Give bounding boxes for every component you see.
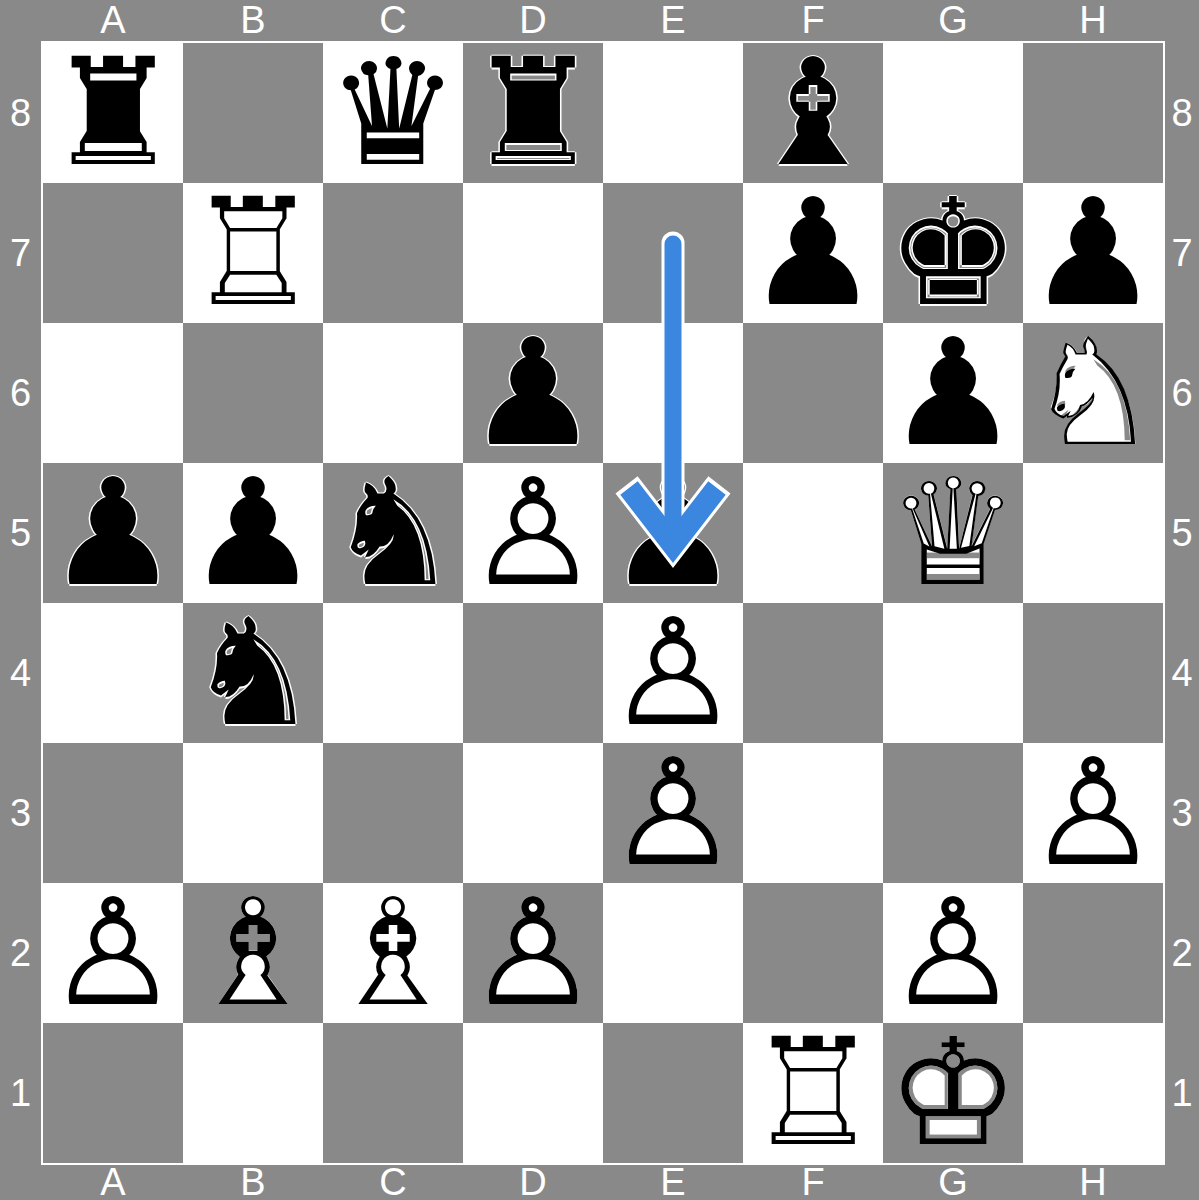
- piece-bP-b5[interactable]: ♟: [183, 463, 323, 603]
- piece-bP-f7[interactable]: ♟: [743, 183, 883, 323]
- square-d5[interactable]: ♟♙: [463, 463, 603, 603]
- rank-label-6: 6: [1165, 323, 1199, 463]
- rank-label-5: 5: [1165, 463, 1199, 603]
- square-b4[interactable]: ♞: [183, 603, 323, 743]
- piece-wP-g2[interactable]: ♙: [883, 883, 1023, 1023]
- rank-label-1: 1: [1165, 1023, 1199, 1163]
- rank-label-5: 5: [0, 463, 41, 603]
- square-f8[interactable]: ♝: [743, 43, 883, 183]
- piece-wQ-g5[interactable]: ♕: [883, 463, 1023, 603]
- square-e7[interactable]: [603, 183, 743, 323]
- piece-fill: ♞: [1023, 323, 1163, 463]
- file-label-G: G: [883, 0, 1023, 41]
- piece-fill: ♛: [883, 463, 1023, 603]
- square-h4[interactable]: [1023, 603, 1163, 743]
- square-d1[interactable]: [463, 1023, 603, 1163]
- square-b6[interactable]: [183, 323, 323, 463]
- rank-label-3: 3: [1165, 743, 1199, 883]
- square-d8[interactable]: ♜: [463, 43, 603, 183]
- piece-fill: ♟: [463, 463, 603, 603]
- piece-fill: ♜: [743, 1023, 883, 1163]
- square-b1[interactable]: [183, 1023, 323, 1163]
- piece-bR-d8[interactable]: ♜: [463, 43, 603, 183]
- chess-board-frame: ABCDEFGH ABCDEFGH 87654321 87654321 ♜♛♜♝…: [0, 0, 1199, 1200]
- piece-wP-h3[interactable]: ♙: [1023, 743, 1163, 883]
- square-a2[interactable]: ♟♙: [43, 883, 183, 1023]
- piece-bP-a5[interactable]: ♟: [43, 463, 183, 603]
- square-h5[interactable]: [1023, 463, 1163, 603]
- square-g7[interactable]: ♚: [883, 183, 1023, 323]
- piece-bP-d6[interactable]: ♟: [463, 323, 603, 463]
- piece-bP-g6[interactable]: ♟: [883, 323, 1023, 463]
- rank-label-4: 4: [0, 603, 41, 743]
- square-e5[interactable]: ♟: [603, 463, 743, 603]
- piece-fill: ♟: [43, 883, 183, 1023]
- square-h7[interactable]: ♟: [1023, 183, 1163, 323]
- piece-bP-e5[interactable]: ♟: [603, 463, 743, 603]
- rank-labels-left: 87654321: [0, 43, 41, 1163]
- square-d4[interactable]: [463, 603, 603, 743]
- square-g6[interactable]: ♟: [883, 323, 1023, 463]
- square-b8[interactable]: [183, 43, 323, 183]
- piece-bP-h7[interactable]: ♟: [1023, 183, 1163, 323]
- square-a1[interactable]: [43, 1023, 183, 1163]
- piece-wN-h6[interactable]: ♘: [1023, 323, 1163, 463]
- file-labels-top: ABCDEFGH: [43, 0, 1163, 41]
- square-e8[interactable]: [603, 43, 743, 183]
- square-h1[interactable]: [1023, 1023, 1163, 1163]
- square-b2[interactable]: ♝♗: [183, 883, 323, 1023]
- square-b3[interactable]: [183, 743, 323, 883]
- square-c8[interactable]: ♛: [323, 43, 463, 183]
- square-e3[interactable]: ♟♙: [603, 743, 743, 883]
- piece-fill: ♝: [183, 883, 323, 1023]
- piece-fill: ♟: [883, 883, 1023, 1023]
- piece-wK-g1[interactable]: ♔: [883, 1023, 1023, 1163]
- piece-bB-f8[interactable]: ♝: [743, 43, 883, 183]
- square-f1[interactable]: ♜♖: [743, 1023, 883, 1163]
- square-a3[interactable]: [43, 743, 183, 883]
- rank-label-3: 3: [0, 743, 41, 883]
- square-a4[interactable]: [43, 603, 183, 743]
- rank-label-6: 6: [0, 323, 41, 463]
- square-f6[interactable]: [743, 323, 883, 463]
- square-h3[interactable]: ♟♙: [1023, 743, 1163, 883]
- rank-label-7: 7: [1165, 183, 1199, 323]
- file-label-H: H: [1023, 0, 1163, 41]
- file-label-D: D: [463, 1165, 603, 1200]
- file-label-E: E: [603, 1165, 743, 1200]
- square-f5[interactable]: [743, 463, 883, 603]
- square-a8[interactable]: ♜: [43, 43, 183, 183]
- square-f7[interactable]: ♟: [743, 183, 883, 323]
- piece-wP-a2[interactable]: ♙: [43, 883, 183, 1023]
- square-c4[interactable]: [323, 603, 463, 743]
- file-label-A: A: [43, 1165, 183, 1200]
- square-a6[interactable]: [43, 323, 183, 463]
- square-g2[interactable]: ♟♙: [883, 883, 1023, 1023]
- piece-bR-a8[interactable]: ♜: [43, 43, 183, 183]
- chess-board: ♜♛♜♝♜♖♟♚♟♟♟♞♘♟♟♞♟♙♟♛♕♞♟♙♟♙♟♙♟♙♝♗♝♗♟♙♟♙♜♖…: [41, 41, 1165, 1165]
- file-label-B: B: [183, 0, 323, 41]
- piece-wR-f1[interactable]: ♖: [743, 1023, 883, 1163]
- square-a5[interactable]: ♟: [43, 463, 183, 603]
- square-c2[interactable]: ♝♗: [323, 883, 463, 1023]
- file-label-E: E: [603, 0, 743, 41]
- file-label-D: D: [463, 0, 603, 41]
- rank-label-7: 7: [0, 183, 41, 323]
- piece-fill: ♟: [603, 603, 743, 743]
- file-labels-bottom: ABCDEFGH: [43, 1165, 1163, 1200]
- file-label-A: A: [43, 0, 183, 41]
- file-label-C: C: [323, 0, 463, 41]
- square-d7[interactable]: [463, 183, 603, 323]
- piece-fill: ♜: [183, 183, 323, 323]
- rank-label-1: 1: [0, 1023, 41, 1163]
- square-e1[interactable]: [603, 1023, 743, 1163]
- square-a7[interactable]: [43, 183, 183, 323]
- square-h8[interactable]: [1023, 43, 1163, 183]
- piece-bK-g7[interactable]: ♚: [883, 183, 1023, 323]
- rank-label-4: 4: [1165, 603, 1199, 743]
- square-e2[interactable]: [603, 883, 743, 1023]
- square-c5[interactable]: ♞: [323, 463, 463, 603]
- square-e4[interactable]: ♟♙: [603, 603, 743, 743]
- square-g1[interactable]: ♚♔: [883, 1023, 1023, 1163]
- square-h6[interactable]: ♞♘: [1023, 323, 1163, 463]
- file-label-F: F: [743, 0, 883, 41]
- square-c6[interactable]: [323, 323, 463, 463]
- piece-fill: ♝: [323, 883, 463, 1023]
- rank-label-8: 8: [0, 43, 41, 183]
- rank-label-2: 2: [0, 883, 41, 1023]
- piece-wP-e3[interactable]: ♙: [603, 743, 743, 883]
- file-label-C: C: [323, 1165, 463, 1200]
- rank-labels-right: 87654321: [1165, 43, 1199, 1163]
- square-c3[interactable]: [323, 743, 463, 883]
- piece-bN-c5[interactable]: ♞: [323, 463, 463, 603]
- square-c7[interactable]: [323, 183, 463, 323]
- square-c1[interactable]: [323, 1023, 463, 1163]
- piece-fill: ♟: [603, 743, 743, 883]
- piece-wB-b2[interactable]: ♗: [183, 883, 323, 1023]
- square-f4[interactable]: [743, 603, 883, 743]
- file-label-G: G: [883, 1165, 1023, 1200]
- rank-label-8: 8: [1165, 43, 1199, 183]
- square-b7[interactable]: ♜♖: [183, 183, 323, 323]
- piece-bQ-c8[interactable]: ♛: [323, 43, 463, 183]
- file-label-F: F: [743, 1165, 883, 1200]
- square-g5[interactable]: ♛♕: [883, 463, 1023, 603]
- file-label-B: B: [183, 1165, 323, 1200]
- piece-fill: ♟: [463, 883, 603, 1023]
- piece-wB-c2[interactable]: ♗: [323, 883, 463, 1023]
- square-e6[interactable]: [603, 323, 743, 463]
- square-g3[interactable]: [883, 743, 1023, 883]
- square-d3[interactable]: [463, 743, 603, 883]
- square-d2[interactable]: ♟♙: [463, 883, 603, 1023]
- square-g4[interactable]: [883, 603, 1023, 743]
- square-f3[interactable]: [743, 743, 883, 883]
- piece-bN-b4[interactable]: ♞: [183, 603, 323, 743]
- square-b5[interactable]: ♟: [183, 463, 323, 603]
- piece-wR-b7[interactable]: ♖: [183, 183, 323, 323]
- file-label-H: H: [1023, 1165, 1163, 1200]
- rank-label-2: 2: [1165, 883, 1199, 1023]
- square-d6[interactable]: ♟: [463, 323, 603, 463]
- square-h2[interactable]: [1023, 883, 1163, 1023]
- piece-wP-e4[interactable]: ♙: [603, 603, 743, 743]
- piece-wP-d2[interactable]: ♙: [463, 883, 603, 1023]
- square-g8[interactable]: [883, 43, 1023, 183]
- piece-fill: ♚: [883, 1023, 1023, 1163]
- piece-wP-d5[interactable]: ♙: [463, 463, 603, 603]
- square-f2[interactable]: [743, 883, 883, 1023]
- piece-fill: ♟: [1023, 743, 1163, 883]
